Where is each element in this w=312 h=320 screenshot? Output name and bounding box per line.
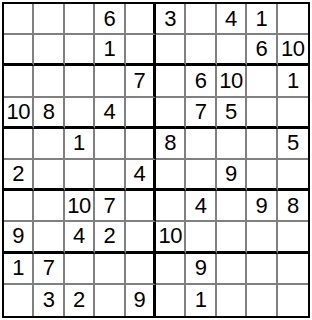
cell-r9c1[interactable]: 1	[4, 254, 34, 285]
cell-r8c6[interactable]: 10	[156, 222, 186, 253]
cell-r3c3[interactable]	[65, 66, 95, 97]
given-digit: 4	[195, 195, 207, 217]
cell-r1c7[interactable]	[186, 4, 216, 35]
given-digit: 5	[287, 132, 299, 154]
given-digit: 3	[164, 8, 176, 30]
given-digit: 10	[281, 38, 304, 60]
cell-r7c4[interactable]: 7	[95, 191, 125, 222]
cell-r10c8[interactable]	[217, 285, 247, 316]
cell-r2c1[interactable]	[4, 35, 34, 66]
cell-r6c8[interactable]: 9	[217, 160, 247, 191]
given-digit: 9	[225, 163, 237, 185]
cell-r8c3[interactable]: 4	[65, 222, 95, 253]
cell-r5c3[interactable]: 1	[65, 129, 95, 160]
cell-r5c1[interactable]	[4, 129, 34, 160]
cell-r7c6[interactable]	[156, 191, 186, 222]
cell-r3c4[interactable]	[95, 66, 125, 97]
cell-r2c7[interactable]	[186, 35, 216, 66]
given-digit: 5	[225, 101, 237, 123]
given-digit: 9	[256, 195, 268, 217]
cell-r4c8[interactable]: 5	[217, 98, 247, 129]
cell-r9c8[interactable]	[217, 254, 247, 285]
cell-r7c10[interactable]: 8	[278, 191, 308, 222]
given-digit: 4	[104, 101, 116, 123]
given-digit: 8	[164, 132, 176, 154]
cell-r4c5[interactable]	[126, 98, 156, 129]
cell-r1c4[interactable]: 6	[95, 4, 125, 35]
given-digit: 2	[73, 289, 85, 311]
given-digit: 6	[256, 38, 268, 60]
given-digit: 10	[6, 101, 29, 123]
cell-r6c1[interactable]: 2	[4, 160, 34, 191]
given-digit: 4	[73, 225, 85, 247]
cell-r1c8[interactable]: 4	[217, 4, 247, 35]
cell-r9c6[interactable]	[156, 254, 186, 285]
cell-r5c7[interactable]	[186, 129, 216, 160]
cell-r8c9[interactable]	[247, 222, 277, 253]
cell-r1c1[interactable]	[4, 4, 34, 35]
given-digit: 1	[104, 38, 116, 60]
cell-r9c2[interactable]: 7	[34, 254, 64, 285]
given-digit: 9	[133, 289, 145, 311]
cell-r9c7[interactable]: 9	[186, 254, 216, 285]
cell-r10c7[interactable]: 1	[186, 285, 216, 316]
cell-r6c7[interactable]	[186, 160, 216, 191]
cell-r5c9[interactable]	[247, 129, 277, 160]
cell-r6c10[interactable]	[278, 160, 308, 191]
cell-r3c9[interactable]	[247, 66, 277, 97]
cell-r10c10[interactable]	[278, 285, 308, 316]
cell-r1c2[interactable]	[34, 4, 64, 35]
given-digit: 6	[104, 8, 116, 30]
cell-r7c9[interactable]: 9	[247, 191, 277, 222]
cell-r5c4[interactable]	[95, 129, 125, 160]
cell-r1c6[interactable]: 3	[156, 4, 186, 35]
cell-r9c3[interactable]	[65, 254, 95, 285]
cell-r1c9[interactable]: 1	[247, 4, 277, 35]
sudoku-board: 6341161076101108475185249107498942101793…	[2, 2, 310, 318]
given-digit: 7	[133, 70, 145, 92]
cell-r6c9[interactable]	[247, 160, 277, 191]
given-digit: 3	[43, 289, 55, 311]
cell-r1c3[interactable]	[65, 4, 95, 35]
cell-r4c7[interactable]: 7	[186, 98, 216, 129]
cell-r4c9[interactable]	[247, 98, 277, 129]
cell-r8c10[interactable]	[278, 222, 308, 253]
cell-r7c7[interactable]: 4	[186, 191, 216, 222]
given-digit: 8	[287, 195, 299, 217]
given-digit: 7	[104, 195, 116, 217]
cell-r6c2[interactable]	[34, 160, 64, 191]
given-digit: 4	[225, 8, 237, 30]
given-digit: 1	[12, 257, 24, 279]
cell-r4c3[interactable]	[65, 98, 95, 129]
cell-r3c8[interactable]: 10	[217, 66, 247, 97]
given-digit: 1	[256, 8, 268, 30]
cell-r9c9[interactable]	[247, 254, 277, 285]
cell-r2c3[interactable]	[65, 35, 95, 66]
cell-r8c4[interactable]: 2	[95, 222, 125, 253]
cell-r10c3[interactable]: 2	[65, 285, 95, 316]
given-digit: 10	[67, 195, 90, 217]
cell-r3c6[interactable]	[156, 66, 186, 97]
cell-r9c5[interactable]	[126, 254, 156, 285]
cell-r1c5[interactable]	[126, 4, 156, 35]
cell-r2c4[interactable]: 1	[95, 35, 125, 66]
cell-r10c2[interactable]: 3	[34, 285, 64, 316]
cell-r8c5[interactable]	[126, 222, 156, 253]
cell-r6c3[interactable]	[65, 160, 95, 191]
cell-r10c1[interactable]	[4, 285, 34, 316]
cell-r7c5[interactable]	[126, 191, 156, 222]
cell-r9c4[interactable]	[95, 254, 125, 285]
cell-r1c10[interactable]	[278, 4, 308, 35]
given-digit: 8	[43, 101, 55, 123]
cell-r10c4[interactable]	[95, 285, 125, 316]
cell-r3c10[interactable]: 1	[278, 66, 308, 97]
given-digit: 7	[43, 257, 55, 279]
given-digit: 9	[195, 257, 207, 279]
cell-r7c3[interactable]: 10	[65, 191, 95, 222]
cell-r5c5[interactable]	[126, 129, 156, 160]
cell-r7c8[interactable]	[217, 191, 247, 222]
cell-r6c5[interactable]: 4	[126, 160, 156, 191]
given-digit: 1	[287, 70, 299, 92]
cell-r2c5[interactable]	[126, 35, 156, 66]
given-digit: 1	[73, 132, 85, 154]
cell-r6c6[interactable]	[156, 160, 186, 191]
given-digit: 10	[158, 225, 181, 247]
given-digit: 4	[133, 163, 145, 185]
cell-r5c2[interactable]	[34, 129, 64, 160]
cell-r7c2[interactable]	[34, 191, 64, 222]
given-digit: 6	[195, 70, 207, 92]
given-digit: 2	[12, 163, 24, 185]
given-digit: 1	[195, 289, 207, 311]
given-digit: 10	[219, 70, 242, 92]
cell-r5c10[interactable]: 5	[278, 129, 308, 160]
cell-r8c7[interactable]	[186, 222, 216, 253]
cell-r2c2[interactable]	[34, 35, 64, 66]
cell-r8c1[interactable]: 9	[4, 222, 34, 253]
cell-r9c10[interactable]	[278, 254, 308, 285]
cell-r4c1[interactable]: 10	[4, 98, 34, 129]
cell-r3c5[interactable]: 7	[126, 66, 156, 97]
cell-r4c6[interactable]	[156, 98, 186, 129]
cell-r8c8[interactable]	[217, 222, 247, 253]
given-digit: 2	[104, 225, 116, 247]
cell-r10c9[interactable]	[247, 285, 277, 316]
cell-r10c5[interactable]: 9	[126, 285, 156, 316]
cell-r2c10[interactable]: 10	[278, 35, 308, 66]
cell-r2c8[interactable]	[217, 35, 247, 66]
cell-r5c8[interactable]	[217, 129, 247, 160]
cell-r2c9[interactable]: 6	[247, 35, 277, 66]
cell-r10c6[interactable]	[156, 285, 186, 316]
cell-r4c2[interactable]: 8	[34, 98, 64, 129]
cell-r4c10[interactable]	[278, 98, 308, 129]
cell-r3c1[interactable]	[4, 66, 34, 97]
cell-r4c4[interactable]: 4	[95, 98, 125, 129]
cell-r5c6[interactable]: 8	[156, 129, 186, 160]
cell-r7c1[interactable]	[4, 191, 34, 222]
cell-r3c7[interactable]: 6	[186, 66, 216, 97]
cell-r8c2[interactable]	[34, 222, 64, 253]
given-digit: 9	[12, 225, 24, 247]
cell-r2c6[interactable]	[156, 35, 186, 66]
cell-r6c4[interactable]	[95, 160, 125, 191]
given-digit: 7	[195, 101, 207, 123]
cell-r3c2[interactable]	[34, 66, 64, 97]
